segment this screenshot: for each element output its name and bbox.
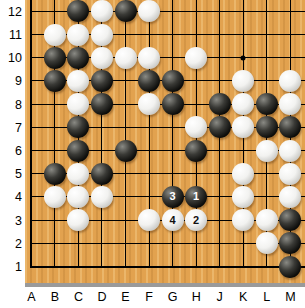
white-stone-C3[interactable] bbox=[67, 209, 89, 231]
black-stone-J7[interactable] bbox=[209, 116, 231, 138]
column-label-L: L bbox=[263, 290, 270, 304]
white-stone-F8[interactable] bbox=[138, 93, 160, 115]
white-stone-H3[interactable]: 2 bbox=[185, 209, 207, 231]
white-stone-H10[interactable] bbox=[185, 47, 207, 69]
white-stone-C8[interactable] bbox=[67, 93, 89, 115]
black-stone-D5[interactable] bbox=[91, 163, 113, 185]
row-label-6: 6 bbox=[15, 144, 22, 158]
go-diagram: 3142 121110987654321ABCDEFGHJKLM bbox=[0, 0, 305, 308]
row-label-10: 10 bbox=[8, 51, 22, 65]
white-stone-B4[interactable] bbox=[44, 186, 66, 208]
white-stone-D12[interactable] bbox=[91, 0, 113, 22]
white-stone-M6[interactable] bbox=[279, 140, 301, 162]
black-stone-G8[interactable] bbox=[162, 93, 184, 115]
white-stone-F3[interactable] bbox=[138, 209, 160, 231]
black-stone-M3[interactable] bbox=[279, 209, 301, 231]
black-stone-C7[interactable] bbox=[67, 116, 89, 138]
white-stone-D10[interactable] bbox=[91, 47, 113, 69]
white-stone-D4[interactable] bbox=[91, 186, 113, 208]
row-label-12: 12 bbox=[8, 5, 22, 19]
row-label-11: 11 bbox=[9, 28, 22, 42]
grid-vline-E bbox=[125, 0, 126, 268]
black-stone-C6[interactable] bbox=[67, 140, 89, 162]
white-stone-C9[interactable] bbox=[67, 70, 89, 92]
column-label-C: C bbox=[74, 290, 83, 304]
row-label-2: 2 bbox=[15, 237, 22, 251]
white-stone-F10[interactable] bbox=[138, 47, 160, 69]
white-stone-H7[interactable] bbox=[185, 116, 207, 138]
black-stone-M7[interactable] bbox=[279, 116, 301, 138]
white-stone-K4[interactable] bbox=[232, 186, 254, 208]
black-stone-B5[interactable] bbox=[44, 163, 66, 185]
black-stone-G4[interactable]: 3 bbox=[162, 186, 184, 208]
black-stone-H6[interactable] bbox=[185, 140, 207, 162]
column-label-J: J bbox=[217, 290, 223, 304]
column-label-D: D bbox=[97, 290, 106, 304]
white-stone-M8[interactable] bbox=[279, 93, 301, 115]
column-label-B: B bbox=[51, 290, 59, 304]
column-label-A: A bbox=[27, 290, 35, 304]
black-stone-E6[interactable] bbox=[115, 140, 137, 162]
white-stone-D11[interactable] bbox=[91, 24, 113, 46]
white-stone-C4[interactable] bbox=[67, 186, 89, 208]
white-stone-M9[interactable] bbox=[279, 70, 301, 92]
white-stone-C11[interactable] bbox=[67, 24, 89, 46]
row-label-4: 4 bbox=[15, 190, 22, 204]
white-stone-K9[interactable] bbox=[232, 70, 254, 92]
white-stone-M5[interactable] bbox=[279, 163, 301, 185]
black-stone-M1[interactable] bbox=[279, 256, 301, 278]
black-stone-C12[interactable] bbox=[67, 0, 89, 22]
black-stone-J8[interactable] bbox=[209, 93, 231, 115]
white-stone-K8[interactable] bbox=[232, 93, 254, 115]
white-stone-F12[interactable] bbox=[138, 0, 160, 22]
black-stone-M2[interactable] bbox=[279, 232, 301, 254]
white-stone-C5[interactable] bbox=[67, 163, 89, 185]
row-label-1: 1 bbox=[15, 260, 22, 274]
white-stone-E10[interactable] bbox=[115, 47, 137, 69]
row-label-5: 5 bbox=[15, 167, 22, 181]
black-stone-H4[interactable]: 1 bbox=[185, 186, 207, 208]
board-edge-shadow bbox=[25, 283, 305, 287]
black-stone-G9[interactable] bbox=[162, 70, 184, 92]
black-stone-D9[interactable] bbox=[91, 70, 113, 92]
black-stone-E12[interactable] bbox=[115, 0, 137, 22]
white-stone-M4[interactable] bbox=[279, 186, 301, 208]
black-stone-B9[interactable] bbox=[44, 70, 66, 92]
row-label-8: 8 bbox=[15, 98, 22, 112]
column-label-E: E bbox=[121, 290, 129, 304]
white-stone-K7[interactable] bbox=[232, 116, 254, 138]
grid-vline-A bbox=[30, 0, 32, 268]
black-stone-F9[interactable] bbox=[138, 70, 160, 92]
column-label-H: H bbox=[192, 290, 201, 304]
white-stone-L6[interactable] bbox=[256, 140, 278, 162]
white-stone-K3[interactable] bbox=[232, 209, 254, 231]
column-label-F: F bbox=[145, 290, 153, 304]
grid-hline-1 bbox=[30, 266, 305, 268]
black-stone-C10[interactable] bbox=[67, 47, 89, 69]
black-stone-B10[interactable] bbox=[44, 47, 66, 69]
white-stone-L2[interactable] bbox=[256, 232, 278, 254]
row-label-3: 3 bbox=[15, 214, 22, 228]
white-stone-G3[interactable]: 4 bbox=[162, 209, 184, 231]
black-stone-L8[interactable] bbox=[256, 93, 278, 115]
row-label-7: 7 bbox=[15, 121, 22, 135]
white-stone-K5[interactable] bbox=[232, 163, 254, 185]
star-point-K10 bbox=[241, 55, 246, 60]
row-label-9: 9 bbox=[15, 74, 22, 88]
column-label-G: G bbox=[168, 290, 178, 304]
black-stone-L7[interactable] bbox=[256, 116, 278, 138]
white-stone-B11[interactable] bbox=[44, 24, 66, 46]
column-label-K: K bbox=[239, 290, 247, 304]
black-stone-D8[interactable] bbox=[91, 93, 113, 115]
white-stone-L3[interactable] bbox=[256, 209, 278, 231]
column-label-M: M bbox=[285, 290, 295, 304]
